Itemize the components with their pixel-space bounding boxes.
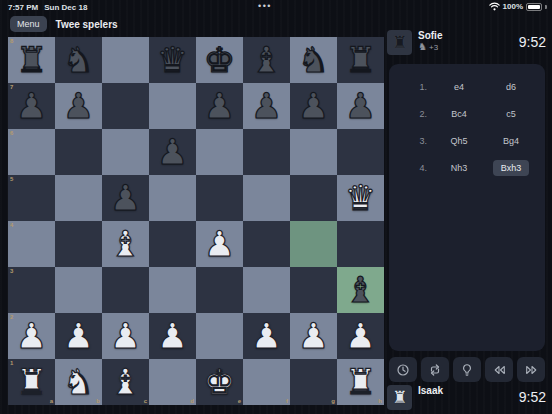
piece-white-pawn[interactable]: ♟ <box>298 319 329 354</box>
square-a7[interactable]: 7♟ <box>8 83 55 129</box>
lightbulb-icon <box>460 363 474 377</box>
square-a4[interactable]: 4 <box>8 221 55 267</box>
square-c5[interactable]: ♟ <box>102 175 149 221</box>
piece-white-pawn[interactable]: ♟ <box>251 319 282 354</box>
piece-white-pawn[interactable]: ♟ <box>157 319 188 354</box>
square-b8[interactable]: ♞ <box>55 37 102 83</box>
piece-black-pawn[interactable]: ♟ <box>157 135 188 170</box>
menu-button[interactable]: Menu <box>10 16 47 32</box>
piece-white-bishop[interactable]: ♝ <box>110 365 141 400</box>
square-b7[interactable]: ♟ <box>55 83 102 129</box>
square-d4[interactable] <box>149 221 196 267</box>
chess-board[interactable]: 8♜♞♛♚♝♞♜7♟♟♟♟♟♟6♟5♟♛4♝♟3♝2♟♟♟♟♟♟♟1a♜b♞c♝… <box>8 37 384 405</box>
rank-label-8: 8 <box>10 38 13 44</box>
file-label-e: e <box>238 398 241 404</box>
move-black-1[interactable]: d6 <box>485 82 537 92</box>
square-c2[interactable]: ♟ <box>102 313 149 359</box>
clock-icon <box>396 363 410 377</box>
square-h5[interactable]: ♛ <box>337 175 384 221</box>
move-row-3: 3.Qh5Bg4 <box>389 127 545 154</box>
square-h1[interactable]: h♜ <box>337 359 384 405</box>
piece-black-pawn[interactable]: ♟ <box>345 89 376 124</box>
square-h6[interactable] <box>337 129 384 175</box>
square-g6[interactable] <box>290 129 337 175</box>
square-f5[interactable] <box>243 175 290 221</box>
square-e8[interactable]: ♚ <box>196 37 243 83</box>
piece-black-rook[interactable]: ♜ <box>345 43 376 78</box>
top-bar: Menu Twee spelers <box>10 16 118 32</box>
status-center-dots: ••• <box>258 1 272 11</box>
square-e1[interactable]: e♚ <box>196 359 243 405</box>
move-number: 3. <box>389 136 427 146</box>
top-player-clock: 9:52 <box>519 30 546 50</box>
piece-white-queen[interactable]: ♛ <box>345 181 376 216</box>
square-f4[interactable] <box>243 221 290 267</box>
file-label-c: c <box>144 398 147 404</box>
square-g7[interactable]: ♟ <box>290 83 337 129</box>
square-d1[interactable]: d <box>149 359 196 405</box>
square-a5[interactable]: 5 <box>8 175 55 221</box>
piece-black-pawn[interactable]: ♟ <box>110 181 141 216</box>
top-player-name: Sofie <box>418 30 442 41</box>
move-white-1[interactable]: e4 <box>435 82 483 92</box>
controls-bar <box>389 357 545 382</box>
player-row-top: ♜ Sofie ♞ +3 9:52 <box>387 30 546 55</box>
status-date: Sun Dec 18 <box>44 3 87 12</box>
white-rook-avatar-icon: ♜ <box>392 389 407 406</box>
status-bar-right: 100% <box>489 2 547 11</box>
forward-button[interactable] <box>517 357 545 382</box>
move-white-2[interactable]: Bc4 <box>435 109 483 119</box>
piece-white-rook[interactable]: ♜ <box>16 365 47 400</box>
move-number: 1. <box>389 82 427 92</box>
status-time: 7:57 PM <box>8 3 38 12</box>
square-h8[interactable]: ♜ <box>337 37 384 83</box>
square-f7[interactable]: ♟ <box>243 83 290 129</box>
piece-black-queen[interactable]: ♛ <box>157 43 188 78</box>
square-g5[interactable] <box>290 175 337 221</box>
move-row-2: 2.Bc4c5 <box>389 100 545 127</box>
square-e5[interactable] <box>196 175 243 221</box>
square-c8[interactable] <box>102 37 149 83</box>
piece-black-knight[interactable]: ♞ <box>298 43 329 78</box>
avatar-bottom-player[interactable]: ♜ <box>387 385 412 410</box>
piece-black-knight[interactable]: ♞ <box>63 43 94 78</box>
square-b4[interactable] <box>55 221 102 267</box>
square-d7[interactable] <box>149 83 196 129</box>
square-a3[interactable]: 3 <box>8 267 55 313</box>
file-label-d: d <box>190 398 194 404</box>
square-f1[interactable]: f <box>243 359 290 405</box>
piece-black-pawn[interactable]: ♟ <box>251 89 282 124</box>
rank-label-3: 3 <box>10 268 13 274</box>
rewind-icon <box>492 364 507 376</box>
rank-label-4: 4 <box>10 222 13 228</box>
square-g4[interactable] <box>290 221 337 267</box>
square-h3[interactable]: ♝ <box>337 267 384 313</box>
square-f6[interactable] <box>243 129 290 175</box>
battery-percent: 100% <box>503 2 523 11</box>
square-a1[interactable]: 1a♜ <box>8 359 55 405</box>
square-c4[interactable]: ♝ <box>102 221 149 267</box>
square-g1[interactable]: g <box>290 359 337 405</box>
rewind-button[interactable] <box>485 357 513 382</box>
move-row-4: 4.Nh3Bxh3 <box>389 154 545 181</box>
square-d8[interactable]: ♛ <box>149 37 196 83</box>
flip-board-button[interactable] <box>421 357 449 382</box>
square-h7[interactable]: ♟ <box>337 83 384 129</box>
square-c7[interactable] <box>102 83 149 129</box>
square-h2[interactable]: ♟ <box>337 313 384 359</box>
square-d2[interactable]: ♟ <box>149 313 196 359</box>
move-list-panel[interactable]: 1.e4d62.Bc4c53.Qh5Bg44.Nh3Bxh3 <box>389 64 545 351</box>
piece-white-pawn[interactable]: ♟ <box>110 319 141 354</box>
square-e7[interactable]: ♟ <box>196 83 243 129</box>
move-black-3[interactable]: Bg4 <box>485 136 537 146</box>
clock-button[interactable] <box>389 357 417 382</box>
piece-black-pawn[interactable]: ♟ <box>16 89 47 124</box>
piece-black-pawn[interactable]: ♟ <box>204 89 235 124</box>
page-title: Twee spelers <box>56 19 118 30</box>
move-white-3[interactable]: Qh5 <box>435 136 483 146</box>
move-black-4[interactable]: Bxh3 <box>485 163 537 173</box>
piece-white-pawn[interactable]: ♟ <box>345 319 376 354</box>
player-row-bottom: ♜ Isaak 9:52 <box>387 385 546 410</box>
square-f8[interactable]: ♝ <box>243 37 290 83</box>
square-c1[interactable]: c♝ <box>102 359 149 405</box>
file-label-g: g <box>331 398 335 404</box>
rank-label-2: 2 <box>10 314 13 320</box>
rank-label-7: 7 <box>10 84 13 90</box>
square-a6[interactable]: 6 <box>8 129 55 175</box>
move-number: 4. <box>389 163 427 173</box>
piece-white-knight[interactable]: ♞ <box>63 365 94 400</box>
piece-black-pawn[interactable]: ♟ <box>298 89 329 124</box>
file-label-a: a <box>50 398 53 404</box>
square-f2[interactable]: ♟ <box>243 313 290 359</box>
file-label-b: b <box>96 398 100 404</box>
file-label-h: h <box>378 398 382 404</box>
battery-icon <box>526 3 542 11</box>
square-e2[interactable] <box>196 313 243 359</box>
status-bar-left: 7:57 PMSun Dec 18 <box>8 3 93 12</box>
piece-white-pawn[interactable]: ♟ <box>63 319 94 354</box>
top-player-info: Sofie ♞ +3 <box>418 30 442 52</box>
move-white-4[interactable]: Nh3 <box>435 163 483 173</box>
rank-label-6: 6 <box>10 130 13 136</box>
square-a2[interactable]: 2♟ <box>8 313 55 359</box>
piece-black-rook[interactable]: ♜ <box>16 43 47 78</box>
avatar-top-player[interactable]: ♜ <box>387 30 412 55</box>
flip-icon <box>428 363 442 377</box>
captured-knight-icon: ♞ <box>418 42 427 52</box>
square-e3[interactable] <box>196 267 243 313</box>
piece-white-rook[interactable]: ♜ <box>345 365 376 400</box>
black-rook-avatar-icon: ♜ <box>392 34 407 51</box>
bottom-player-info: Isaak <box>418 385 443 396</box>
piece-white-pawn[interactable]: ♟ <box>16 319 47 354</box>
square-f3[interactable] <box>243 267 290 313</box>
square-b2[interactable]: ♟ <box>55 313 102 359</box>
square-d5[interactable] <box>149 175 196 221</box>
square-c3[interactable] <box>102 267 149 313</box>
square-g3[interactable] <box>290 267 337 313</box>
square-c6[interactable] <box>102 129 149 175</box>
highlighted-move[interactable]: Bxh3 <box>493 160 530 176</box>
square-b5[interactable] <box>55 175 102 221</box>
hint-button[interactable] <box>453 357 481 382</box>
piece-black-king[interactable]: ♚ <box>204 43 235 78</box>
move-number: 2. <box>389 109 427 119</box>
bottom-player-clock: 9:52 <box>519 385 546 405</box>
top-player-captured: ♞ +3 <box>418 42 442 52</box>
square-e4[interactable]: ♟ <box>196 221 243 267</box>
fast-forward-icon <box>524 364 539 376</box>
bottom-player-name: Isaak <box>418 385 443 396</box>
rank-label-1: 1 <box>10 360 13 366</box>
square-a8[interactable]: 8♜ <box>8 37 55 83</box>
square-h4[interactable] <box>337 221 384 267</box>
material-score: +3 <box>429 43 438 52</box>
piece-white-pawn[interactable]: ♟ <box>204 227 235 262</box>
square-g2[interactable]: ♟ <box>290 313 337 359</box>
piece-black-bishop[interactable]: ♝ <box>251 43 282 78</box>
move-black-2[interactable]: c5 <box>485 109 537 119</box>
square-b6[interactable] <box>55 129 102 175</box>
move-row-1: 1.e4d6 <box>389 73 545 100</box>
rank-label-5: 5 <box>10 176 13 182</box>
wifi-icon <box>489 2 500 11</box>
piece-white-king[interactable]: ♚ <box>204 365 235 400</box>
file-label-f: f <box>286 398 288 404</box>
square-e6[interactable] <box>196 129 243 175</box>
battery-tip <box>545 5 547 9</box>
square-b3[interactable] <box>55 267 102 313</box>
square-b1[interactable]: b♞ <box>55 359 102 405</box>
piece-black-bishop[interactable]: ♝ <box>345 273 376 308</box>
piece-black-pawn[interactable]: ♟ <box>63 89 94 124</box>
piece-white-bishop[interactable]: ♝ <box>110 227 141 262</box>
square-d6[interactable]: ♟ <box>149 129 196 175</box>
square-d3[interactable] <box>149 267 196 313</box>
square-g8[interactable]: ♞ <box>290 37 337 83</box>
